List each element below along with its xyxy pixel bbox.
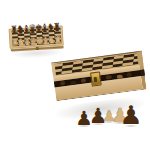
piece-inside-box [126, 72, 131, 77]
chess-piece: ♜ [53, 35, 62, 45]
chess-piece: ♟ [48, 26, 54, 32]
chess-piece: ♟ [54, 26, 60, 32]
loose-chess-piece: ♟ [120, 103, 143, 129]
piece-inside-box [81, 78, 86, 83]
chess-piece: ♟ [18, 28, 24, 34]
piece-inside-box [117, 74, 123, 79]
piece-inside-box [106, 75, 112, 80]
chess-piece: ♟ [24, 28, 30, 34]
piece-inside-box [60, 81, 65, 86]
open-board-pieces: ♜♞♝♛♚♝♞♜♟♟♟♟♟♟♟♟♟♟♟♟♟♟♟♟♜♞♝♛♚♝♞♜ [8, 11, 65, 14]
brass-clasp-icon [90, 71, 102, 87]
closed-chess-box [51, 51, 146, 103]
chess-piece: ♟ [30, 28, 36, 34]
chess-piece: ♟ [36, 27, 42, 33]
chess-piece: ♟ [11, 29, 17, 35]
chess-piece: ♟ [42, 27, 48, 33]
open-board-clasp-icon [36, 47, 40, 51]
clasp-slot [94, 77, 97, 82]
open-chess-set: ♜♞♝♛♚♝♞♜♟♟♟♟♟♟♟♟♟♟♟♟♟♟♟♟♜♞♝♛♚♝♞♜ [8, 11, 68, 58]
piece-inside-box [70, 81, 76, 86]
